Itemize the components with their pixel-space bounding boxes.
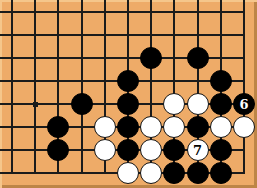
stone-black[interactable] — [117, 139, 139, 161]
go-board: 67 — [0, 0, 257, 188]
stone-black[interactable] — [71, 93, 93, 115]
stone-black-move-6[interactable]: 6 — [233, 93, 255, 115]
grid-vertical-line — [81, 0, 83, 174]
stone-black[interactable] — [187, 162, 209, 184]
stone-white[interactable] — [140, 162, 162, 184]
stone-black[interactable] — [163, 162, 185, 184]
grid-vertical-line — [243, 0, 245, 174]
stone-black[interactable] — [117, 93, 139, 115]
stone-white[interactable] — [140, 116, 162, 138]
stone-move-number: 6 — [239, 98, 248, 111]
stone-white[interactable] — [210, 116, 232, 138]
stone-white[interactable] — [94, 139, 116, 161]
stone-black[interactable] — [117, 70, 139, 92]
grid-horizontal-line — [0, 11, 245, 13]
stone-black[interactable] — [210, 162, 232, 184]
grid-vertical-line — [34, 0, 36, 174]
stone-black[interactable] — [210, 70, 232, 92]
stone-white[interactable] — [163, 93, 185, 115]
stone-white[interactable] — [163, 116, 185, 138]
stone-black[interactable] — [210, 139, 232, 161]
stone-black[interactable] — [163, 139, 185, 161]
stone-white[interactable] — [117, 162, 139, 184]
stone-black[interactable] — [117, 116, 139, 138]
grid-vertical-line — [11, 0, 13, 174]
stone-black[interactable] — [140, 47, 162, 69]
stone-black[interactable] — [187, 116, 209, 138]
stone-white-move-7[interactable]: 7 — [187, 139, 209, 161]
stone-black[interactable] — [47, 116, 69, 138]
stone-black[interactable] — [187, 47, 209, 69]
stone-white[interactable] — [94, 116, 116, 138]
stone-white[interactable] — [187, 93, 209, 115]
stone-black[interactable] — [210, 93, 232, 115]
stone-black[interactable] — [47, 139, 69, 161]
stone-white[interactable] — [140, 139, 162, 161]
grid-horizontal-line — [0, 34, 245, 36]
star-point-hoshi — [33, 102, 38, 107]
stone-white[interactable] — [233, 116, 255, 138]
stone-move-number: 7 — [193, 144, 202, 157]
